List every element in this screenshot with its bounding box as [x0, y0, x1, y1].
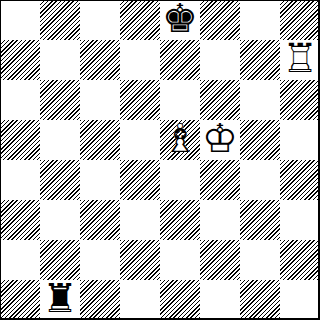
square-c3[interactable]: [80, 200, 120, 240]
square-f2[interactable]: [200, 240, 240, 280]
square-g3[interactable]: [240, 200, 280, 240]
white-king-glyph: ♔: [202, 118, 238, 158]
square-e8[interactable]: ♚: [160, 0, 200, 40]
square-a4[interactable]: [0, 160, 40, 200]
square-e1[interactable]: [160, 280, 200, 320]
square-f7[interactable]: [200, 40, 240, 80]
square-d4[interactable]: [120, 160, 160, 200]
square-d6[interactable]: [120, 80, 160, 120]
square-g6[interactable]: [240, 80, 280, 120]
square-d1[interactable]: [120, 280, 160, 320]
square-c2[interactable]: [80, 240, 120, 280]
square-c1[interactable]: [80, 280, 120, 320]
square-e2[interactable]: [160, 240, 200, 280]
square-a8[interactable]: [0, 0, 40, 40]
white-bishop-glyph: ♗: [162, 118, 198, 158]
square-f5[interactable]: ♚♔: [200, 120, 240, 160]
square-f1[interactable]: [200, 280, 240, 320]
square-h8[interactable]: [280, 0, 320, 40]
square-h7[interactable]: ♜♖: [280, 40, 320, 80]
square-g1[interactable]: [240, 280, 280, 320]
square-e5[interactable]: ♝♗: [160, 120, 200, 160]
square-e3[interactable]: [160, 200, 200, 240]
square-b1[interactable]: ♜: [40, 280, 80, 320]
square-h5[interactable]: [280, 120, 320, 160]
square-g5[interactable]: [240, 120, 280, 160]
square-c6[interactable]: [80, 80, 120, 120]
chess-board: ♚♜♖♝♗♚♔♜: [0, 0, 320, 320]
square-b3[interactable]: [40, 200, 80, 240]
square-c4[interactable]: [80, 160, 120, 200]
square-g2[interactable]: [240, 240, 280, 280]
square-c7[interactable]: [80, 40, 120, 80]
square-g7[interactable]: [240, 40, 280, 80]
square-h1[interactable]: [280, 280, 320, 320]
square-h2[interactable]: [280, 240, 320, 280]
square-d8[interactable]: [120, 0, 160, 40]
square-b7[interactable]: [40, 40, 80, 80]
black-rook-glyph: ♜: [42, 278, 78, 318]
piece-white-rook-h7[interactable]: ♜♖: [280, 40, 320, 80]
square-g4[interactable]: [240, 160, 280, 200]
piece-white-bishop-e5[interactable]: ♝♗: [160, 120, 200, 160]
piece-black-rook-b1[interactable]: ♜: [40, 280, 80, 320]
square-a3[interactable]: [0, 200, 40, 240]
square-h6[interactable]: [280, 80, 320, 120]
square-h4[interactable]: [280, 160, 320, 200]
square-f3[interactable]: [200, 200, 240, 240]
square-d2[interactable]: [120, 240, 160, 280]
square-d3[interactable]: [120, 200, 160, 240]
square-f6[interactable]: [200, 80, 240, 120]
square-a5[interactable]: [0, 120, 40, 160]
square-a2[interactable]: [0, 240, 40, 280]
square-e4[interactable]: [160, 160, 200, 200]
white-rook-glyph: ♖: [282, 38, 318, 78]
square-b4[interactable]: [40, 160, 80, 200]
square-b5[interactable]: [40, 120, 80, 160]
square-e7[interactable]: [160, 40, 200, 80]
black-king-glyph: ♚: [162, 0, 198, 38]
square-a7[interactable]: [0, 40, 40, 80]
square-d7[interactable]: [120, 40, 160, 80]
square-b6[interactable]: [40, 80, 80, 120]
square-f8[interactable]: [200, 0, 240, 40]
square-c5[interactable]: [80, 120, 120, 160]
square-a6[interactable]: [0, 80, 40, 120]
square-f4[interactable]: [200, 160, 240, 200]
square-d5[interactable]: [120, 120, 160, 160]
square-g8[interactable]: [240, 0, 280, 40]
square-e6[interactable]: [160, 80, 200, 120]
square-b2[interactable]: [40, 240, 80, 280]
board-grid: ♚♜♖♝♗♚♔♜: [0, 0, 320, 320]
square-a1[interactable]: [0, 280, 40, 320]
square-c8[interactable]: [80, 0, 120, 40]
piece-white-king-f5[interactable]: ♚♔: [200, 120, 240, 160]
square-h3[interactable]: [280, 200, 320, 240]
piece-black-king-e8[interactable]: ♚: [160, 0, 200, 40]
square-b8[interactable]: [40, 0, 80, 40]
